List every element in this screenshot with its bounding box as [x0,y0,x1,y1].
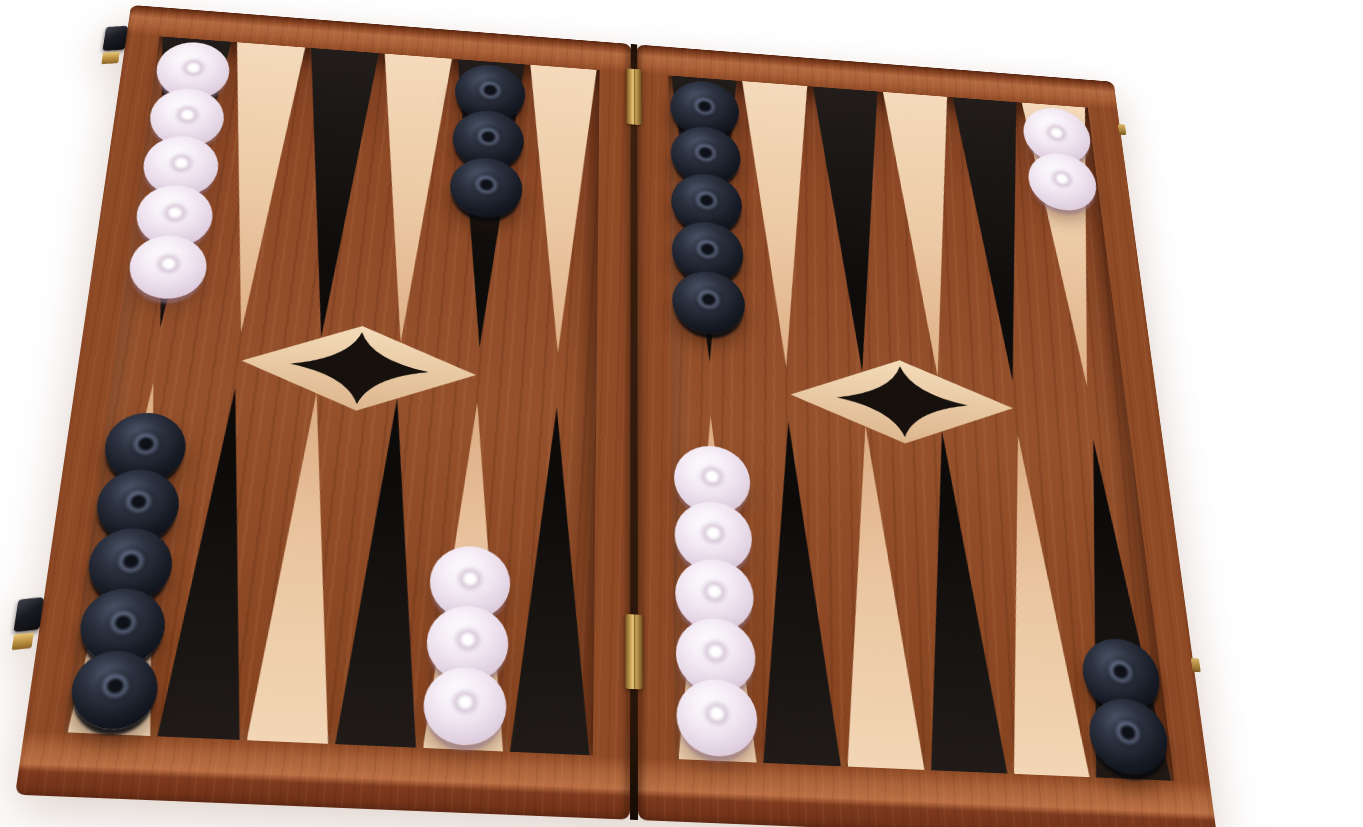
quadrant-top-left [120,36,600,355]
checker-stack-point-6 [673,414,758,758]
latch-brass-plate [11,632,33,650]
latch-brass-plate [101,52,120,64]
playing-field-right [668,75,1174,780]
quadrant-top-right [668,75,1124,388]
triangle-dark [510,405,593,755]
checker-white[interactable] [1026,151,1100,213]
checker-black[interactable] [1085,697,1172,776]
point-17[interactable] [440,59,527,350]
brass-pin-bottom-right [1191,658,1201,672]
latch-knob-icon [102,26,128,51]
point-18[interactable] [519,64,600,355]
point-7[interactable] [506,405,596,756]
checker-white[interactable] [421,665,507,746]
brass-hinge-bottom [625,614,642,689]
checker-stack-point-19 [670,79,747,365]
checker-black[interactable] [671,269,745,336]
triangle-dark [752,419,840,766]
triangle-light [522,65,597,355]
latch-knob-icon [13,597,44,632]
quadrant-bottom-right [671,414,1174,781]
backgammon-board [15,5,1218,827]
brass-hinge-top [626,68,641,125]
point-19[interactable] [668,75,748,364]
point-6[interactable] [671,414,759,763]
latch-bottom-left [10,597,46,651]
triangle-light [742,81,821,369]
checker-black[interactable] [66,649,161,731]
board-half-left [15,5,631,820]
quadrant-bottom-left [64,380,596,755]
board-half-right [637,44,1218,827]
checker-white[interactable] [676,677,758,757]
checker-black[interactable] [448,156,523,220]
checker-stack-point-17 [442,62,526,350]
checker-white[interactable] [125,233,209,301]
brass-pin-top-right [1118,124,1126,135]
checker-stack-point-8 [421,400,515,747]
photo-background [0,0,1363,827]
playing-field-left [64,36,600,755]
latch-top-left [100,25,130,66]
